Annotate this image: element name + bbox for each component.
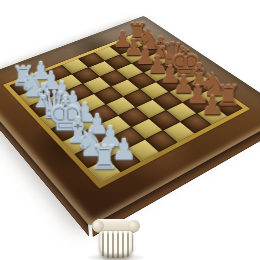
square-e3 <box>89 105 118 124</box>
piece-black-rook-icon: ♜ <box>126 20 148 44</box>
product-photo-canvas: ♜♞♝♛♚♝♞♜♟♟♟♟♟♟♟♟♟♟♟♟♟♟♟♟♜♞♝♛♚♝♞♜ <box>0 0 260 260</box>
square-e1: ♚ <box>51 121 81 141</box>
foot-fluting <box>99 231 133 258</box>
board-frame: ♜♞♝♛♚♝♞♜♟♟♟♟♟♟♟♟♟♟♟♟♟♟♟♟♜♞♝♛♚♝♞♜ <box>0 16 260 226</box>
piece-black-pawn-icon: ♟ <box>201 93 224 119</box>
square-a3 <box>45 65 71 80</box>
square-g3 <box>114 128 145 149</box>
square-f6 <box>153 92 181 110</box>
piece-black-knight-icon: ♞ <box>199 69 228 101</box>
ionic-column-foot <box>93 219 139 258</box>
square-d1: ♛ <box>40 110 69 129</box>
